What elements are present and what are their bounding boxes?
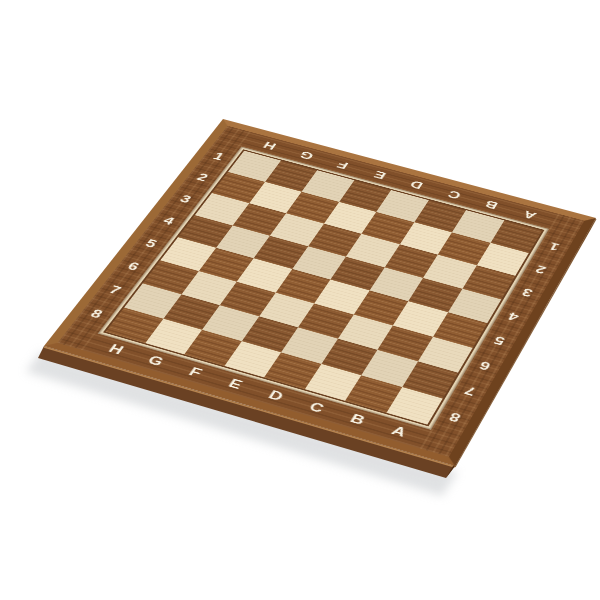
product-photo-stage: HGFEDCBA HGFEDCBA 12345678 12345678 bbox=[0, 0, 600, 600]
